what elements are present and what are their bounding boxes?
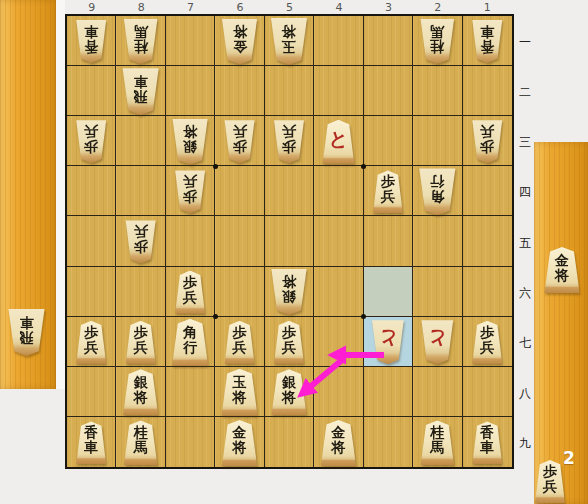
piece-kanji: 桂馬 — [122, 19, 160, 64]
hand-piece-pawn-sente[interactable]: 歩兵 — [533, 460, 567, 503]
file-label-4: 4 — [333, 1, 345, 14]
tray-board-gap — [56, 0, 65, 389]
square-8-5[interactable]: 歩兵 — [116, 216, 165, 266]
piece-tokin-gote[interactable]: と — [370, 320, 406, 364]
file-label-6: 6 — [234, 1, 246, 14]
piece-bishop-sente[interactable]: 角行 — [170, 319, 211, 366]
piece-kanji: 金将 — [542, 247, 582, 293]
square-2-4[interactable]: 角行 — [413, 166, 462, 216]
piece-kanji: 香車 — [470, 20, 504, 63]
rank-label-6: 六 — [517, 285, 533, 302]
piece-silver-gote[interactable]: 銀将 — [269, 269, 309, 315]
sente-hand-tray — [534, 142, 588, 504]
square-4-7[interactable] — [314, 317, 363, 367]
piece-kanji: 桂馬 — [418, 420, 456, 465]
piece-kanji: 金将 — [220, 420, 260, 466]
piece-tokin-sente[interactable]: と — [320, 120, 356, 164]
square-9-1[interactable]: 香車 — [67, 16, 116, 66]
piece-bishop-gote[interactable]: 角行 — [417, 168, 458, 215]
square-2-9[interactable]: 桂馬 — [413, 417, 462, 467]
square-5-4[interactable] — [265, 166, 314, 216]
piece-kanji: と — [320, 120, 356, 164]
piece-pawn-sente[interactable]: 歩兵 — [124, 321, 158, 364]
square-1-2[interactable] — [463, 66, 512, 116]
piece-kanji: 歩兵 — [124, 220, 158, 263]
square-6-2[interactable] — [215, 66, 264, 116]
piece-pawn-gote[interactable]: 歩兵 — [173, 170, 207, 213]
piece-kanji: 歩兵 — [223, 321, 257, 364]
piece-kanji: と — [370, 320, 406, 364]
square-1-4[interactable] — [463, 166, 512, 216]
piece-pawn-sente[interactable]: 歩兵 — [272, 321, 306, 364]
file-label-2: 2 — [432, 1, 444, 14]
square-1-5[interactable] — [463, 216, 512, 266]
square-7-1[interactable] — [166, 16, 215, 66]
piece-kanji: 歩兵 — [371, 170, 405, 213]
shogi-board: 香車桂馬金将玉将桂馬香車飛車歩兵銀将歩兵歩兵と歩兵歩兵歩兵角行歩兵歩兵銀将歩兵歩… — [65, 14, 514, 469]
piece-kanji: 金将 — [318, 420, 358, 466]
square-6-3[interactable]: 歩兵 — [215, 116, 264, 166]
square-9-7[interactable]: 歩兵 — [67, 317, 116, 367]
piece-kanji: 飛車 — [120, 68, 161, 115]
square-3-1[interactable] — [364, 16, 413, 66]
piece-kanji: 角行 — [417, 168, 458, 215]
square-7-7[interactable]: 角行 — [166, 317, 215, 367]
square-9-9[interactable]: 香車 — [67, 417, 116, 467]
square-1-9[interactable]: 香車 — [463, 417, 512, 467]
piece-knight-sente[interactable]: 桂馬 — [418, 420, 456, 465]
square-3-2[interactable] — [364, 66, 413, 116]
piece-kanji: 銀将 — [121, 369, 161, 415]
square-1-6[interactable] — [463, 267, 512, 317]
piece-lance-gote[interactable]: 香車 — [74, 20, 108, 63]
piece-kanji: 歩兵 — [272, 120, 306, 163]
shogi-app: 香車桂馬金将玉将桂馬香車飛車歩兵銀将歩兵歩兵と歩兵歩兵歩兵角行歩兵歩兵銀将歩兵歩… — [0, 0, 588, 504]
file-label-8: 8 — [135, 1, 147, 14]
square-7-2[interactable] — [166, 66, 215, 116]
file-label-9: 9 — [86, 1, 98, 14]
piece-kanji: 銀将 — [269, 269, 309, 315]
square-9-4[interactable] — [67, 166, 116, 216]
piece-kanji: 歩兵 — [74, 120, 108, 163]
piece-kanji: 玉将 — [268, 18, 309, 65]
file-label-5: 5 — [284, 1, 296, 14]
square-1-7[interactable]: 歩兵 — [463, 317, 512, 367]
piece-kanji: 歩兵 — [272, 321, 306, 364]
rank-label-9: 九 — [517, 435, 533, 452]
square-4-5[interactable] — [314, 216, 363, 266]
square-6-1[interactable]: 金将 — [215, 16, 264, 66]
piece-kanji: 金将 — [220, 19, 260, 65]
piece-kanji: と — [419, 320, 455, 364]
square-4-1[interactable] — [314, 16, 363, 66]
square-5-2[interactable] — [265, 66, 314, 116]
square-3-4[interactable]: 歩兵 — [364, 166, 413, 216]
piece-kanji: 歩兵 — [173, 170, 207, 213]
square-5-7[interactable]: 歩兵 — [265, 317, 314, 367]
piece-pawn-gote[interactable]: 歩兵 — [223, 120, 257, 163]
piece-pawn-sente[interactable]: 歩兵 — [371, 170, 405, 213]
square-3-6[interactable] — [364, 267, 413, 317]
piece-lance-gote[interactable]: 香車 — [470, 20, 504, 63]
piece-gold-sente[interactable]: 金将 — [220, 420, 260, 466]
square-6-6[interactable] — [215, 267, 264, 317]
piece-lance-sente[interactable]: 香車 — [470, 421, 504, 464]
piece-kanji: 歩兵 — [173, 271, 207, 314]
square-8-7[interactable]: 歩兵 — [116, 317, 165, 367]
pawn-count-label: 2 — [563, 448, 575, 468]
piece-kanji: 玉将 — [219, 369, 260, 416]
piece-knight-gote[interactable]: 桂馬 — [122, 19, 160, 64]
square-3-5[interactable] — [364, 216, 413, 266]
square-4-9[interactable]: 金将 — [314, 417, 363, 467]
square-2-6[interactable] — [413, 267, 462, 317]
square-4-2[interactable] — [314, 66, 363, 116]
square-4-3[interactable]: と — [314, 116, 363, 166]
square-8-3[interactable] — [116, 116, 165, 166]
square-6-7[interactable]: 歩兵 — [215, 317, 264, 367]
square-6-9[interactable]: 金将 — [215, 417, 264, 467]
square-5-6[interactable]: 銀将 — [265, 267, 314, 317]
piece-pawn-gote[interactable]: 歩兵 — [470, 120, 504, 163]
square-6-5[interactable] — [215, 216, 264, 266]
rank-label-4: 四 — [517, 184, 533, 201]
square-5-8[interactable]: 銀将 — [265, 367, 314, 417]
hand-piece-gold-sente[interactable]: 金将 — [542, 247, 582, 293]
rank-label-3: 三 — [517, 134, 533, 151]
square-8-8[interactable]: 銀将 — [116, 367, 165, 417]
piece-pawn-gote[interactable]: 歩兵 — [124, 220, 158, 263]
square-9-3[interactable]: 歩兵 — [67, 116, 116, 166]
square-4-8[interactable] — [314, 367, 363, 417]
piece-king-gote[interactable]: 玉将 — [268, 18, 309, 65]
square-6-4[interactable] — [215, 166, 264, 216]
piece-kanji: 桂馬 — [418, 19, 456, 64]
square-9-8[interactable] — [67, 367, 116, 417]
square-2-8[interactable] — [413, 367, 462, 417]
square-1-3[interactable]: 歩兵 — [463, 116, 512, 166]
square-3-8[interactable] — [364, 367, 413, 417]
square-6-8[interactable]: 玉将 — [215, 367, 264, 417]
square-8-6[interactable] — [116, 267, 165, 317]
square-1-1[interactable]: 香車 — [463, 16, 512, 66]
square-8-4[interactable] — [116, 166, 165, 216]
piece-kanji: 角行 — [170, 319, 211, 366]
piece-knight-sente[interactable]: 桂馬 — [122, 420, 160, 465]
piece-tokin-gote[interactable]: と — [419, 320, 455, 364]
piece-pawn-gote[interactable]: 歩兵 — [74, 120, 108, 163]
rank-label-5: 五 — [517, 235, 533, 252]
piece-pawn-sente[interactable]: 歩兵 — [223, 321, 257, 364]
piece-kanji: 香車 — [74, 421, 108, 464]
piece-silver-sente[interactable]: 銀将 — [269, 369, 309, 415]
square-5-3[interactable]: 歩兵 — [265, 116, 314, 166]
piece-gold-sente[interactable]: 金将 — [318, 420, 358, 466]
piece-pawn-sente[interactable]: 歩兵 — [470, 321, 504, 364]
square-9-5[interactable] — [67, 216, 116, 266]
piece-kanji: 銀将 — [269, 369, 309, 415]
square-7-3[interactable]: 銀将 — [166, 116, 215, 166]
piece-knight-gote[interactable]: 桂馬 — [418, 19, 456, 64]
board-grid: 香車桂馬金将玉将桂馬香車飛車歩兵銀将歩兵歩兵と歩兵歩兵歩兵角行歩兵歩兵銀将歩兵歩… — [67, 16, 512, 467]
hoshi-dot — [213, 314, 218, 319]
square-2-5[interactable] — [413, 216, 462, 266]
piece-silver-gote[interactable]: 銀将 — [170, 119, 210, 165]
square-7-9[interactable] — [166, 417, 215, 467]
square-3-7[interactable]: と — [364, 317, 413, 367]
piece-gold-gote[interactable]: 金将 — [220, 19, 260, 65]
square-2-3[interactable] — [413, 116, 462, 166]
hand-piece-rook-gote[interactable]: 飛車 — [6, 309, 47, 356]
square-1-8[interactable] — [463, 367, 512, 417]
file-label-1: 1 — [481, 1, 493, 14]
square-3-9[interactable] — [364, 417, 413, 467]
piece-kanji: 歩兵 — [124, 321, 158, 364]
piece-pawn-sente[interactable]: 歩兵 — [74, 321, 108, 364]
piece-kanji: 歩兵 — [74, 321, 108, 364]
square-7-6[interactable]: 歩兵 — [166, 267, 215, 317]
piece-pawn-gote[interactable]: 歩兵 — [272, 120, 306, 163]
square-4-4[interactable] — [314, 166, 363, 216]
file-label-3: 3 — [382, 1, 394, 14]
square-2-1[interactable]: 桂馬 — [413, 16, 462, 66]
piece-kanji: 香車 — [74, 20, 108, 63]
square-7-8[interactable] — [166, 367, 215, 417]
square-9-6[interactable] — [67, 267, 116, 317]
piece-kanji: 歩兵 — [470, 321, 504, 364]
hoshi-dot — [213, 164, 218, 169]
piece-kanji: 歩兵 — [223, 120, 257, 163]
square-5-1[interactable]: 玉将 — [265, 16, 314, 66]
piece-kanji: 飛車 — [6, 309, 47, 356]
piece-rook-gote[interactable]: 飛車 — [120, 68, 161, 115]
piece-lance-sente[interactable]: 香車 — [74, 421, 108, 464]
square-3-3[interactable] — [364, 116, 413, 166]
square-7-5[interactable] — [166, 216, 215, 266]
square-2-7[interactable]: と — [413, 317, 462, 367]
square-9-2[interactable] — [67, 66, 116, 116]
square-7-4[interactable]: 歩兵 — [166, 166, 215, 216]
rank-label-2: 二 — [517, 84, 533, 101]
square-2-2[interactable] — [413, 66, 462, 116]
piece-kanji: 歩兵 — [533, 460, 567, 503]
piece-pawn-sente[interactable]: 歩兵 — [173, 271, 207, 314]
rank-label-7: 七 — [517, 335, 533, 352]
square-8-1[interactable]: 桂馬 — [116, 16, 165, 66]
piece-kanji: 香車 — [470, 421, 504, 464]
piece-kanji: 桂馬 — [122, 420, 160, 465]
piece-king-sente[interactable]: 玉将 — [219, 369, 260, 416]
piece-kanji: 歩兵 — [470, 120, 504, 163]
square-4-6[interactable] — [314, 267, 363, 317]
piece-silver-sente[interactable]: 銀将 — [121, 369, 161, 415]
square-8-9[interactable]: 桂馬 — [116, 417, 165, 467]
square-8-2[interactable]: 飛車 — [116, 66, 165, 116]
square-5-5[interactable] — [265, 216, 314, 266]
rank-label-1: 一 — [517, 34, 533, 51]
piece-kanji: 銀将 — [170, 119, 210, 165]
square-5-9[interactable] — [265, 417, 314, 467]
rank-label-8: 八 — [517, 385, 533, 402]
file-label-7: 7 — [185, 1, 197, 14]
hoshi-dot — [361, 164, 366, 169]
